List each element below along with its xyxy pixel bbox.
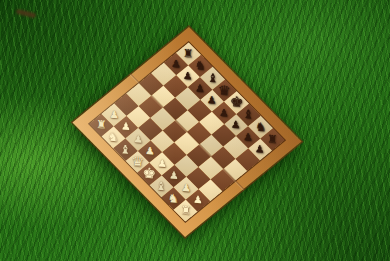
piece-black-bishop[interactable]: ♝	[207, 72, 219, 85]
piece-white-rook[interactable]: ♜	[180, 205, 191, 217]
piece-white-pawn[interactable]: ♟	[109, 109, 119, 120]
piece-black-bishop[interactable]: ♝	[243, 108, 255, 121]
piece-black-pawn[interactable]: ♟	[243, 132, 253, 143]
piece-black-pawn[interactable]: ♟	[231, 119, 241, 130]
piece-black-rook[interactable]: ♜	[267, 133, 278, 145]
piece-white-pawn[interactable]: ♟	[121, 122, 131, 133]
piece-black-pawn[interactable]: ♟	[171, 58, 181, 69]
piece-black-knight[interactable]: ♞	[255, 121, 267, 134]
piece-white-pawn[interactable]: ♟	[133, 134, 143, 145]
piece-white-pawn[interactable]: ♟	[157, 158, 167, 169]
piece-white-pawn[interactable]: ♟	[169, 170, 179, 181]
piece-white-knight[interactable]: ♞	[108, 131, 120, 144]
piece-black-rook[interactable]: ♜	[183, 48, 194, 60]
piece-white-pawn[interactable]: ♟	[193, 195, 203, 206]
piece-black-pawn[interactable]: ♟	[255, 144, 265, 155]
piece-white-bishop[interactable]: ♝	[120, 143, 132, 156]
piece-black-pawn[interactable]: ♟	[207, 95, 217, 106]
piece-black-pawn[interactable]: ♟	[183, 71, 193, 82]
piece-white-pawn[interactable]: ♟	[181, 183, 191, 194]
piece-white-rook[interactable]: ♜	[96, 119, 107, 131]
piece-black-knight[interactable]: ♞	[195, 59, 207, 72]
piece-black-pawn[interactable]: ♟	[195, 83, 205, 94]
piece-white-pawn[interactable]: ♟	[145, 146, 155, 157]
twig-debris	[16, 9, 37, 19]
piece-black-pawn[interactable]: ♟	[219, 107, 229, 118]
photo-scene: ♜♞♝♛♚♝♞♜♟♟♟♟♟♟♟♟♟♟♟♟♟♟♟♟♜♞♝♛♚♝♞♜	[0, 0, 390, 261]
piece-white-bishop[interactable]: ♝	[156, 180, 168, 193]
piece-white-knight[interactable]: ♞	[168, 192, 180, 205]
